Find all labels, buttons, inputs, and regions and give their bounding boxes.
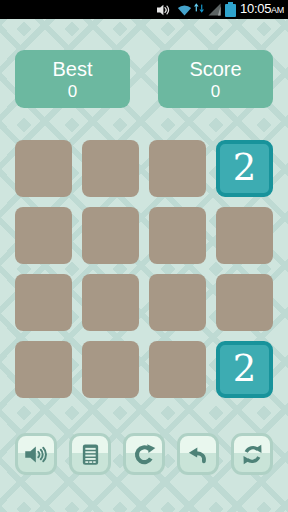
score-value: 0: [211, 82, 220, 102]
board-cell[interactable]: 2: [216, 140, 273, 197]
undo-button[interactable]: [177, 433, 219, 475]
speaker-icon: [23, 441, 50, 468]
board-cell[interactable]: [149, 140, 206, 197]
score-label: Score: [189, 56, 241, 82]
best-value: 0: [68, 82, 77, 102]
board-cell[interactable]: [82, 207, 139, 264]
best-label: Best: [52, 56, 92, 82]
board-cell[interactable]: [216, 207, 273, 264]
board-cell[interactable]: [149, 207, 206, 264]
signal-icon: [208, 3, 221, 16]
board-cell[interactable]: 2: [216, 341, 273, 398]
board-cell[interactable]: [15, 274, 72, 331]
board-cell[interactable]: [15, 140, 72, 197]
network-arrows-icon: [194, 3, 204, 13]
scoreboard: Best 0 Score 0: [15, 50, 273, 108]
clock: 10:05AM: [240, 0, 284, 20]
board-cell[interactable]: [15, 207, 72, 264]
best-score-panel: Best 0: [15, 50, 130, 108]
wifi-icon: [177, 4, 192, 16]
restart-button[interactable]: [231, 433, 273, 475]
undo-icon: [185, 441, 212, 468]
battery-icon: [225, 4, 236, 17]
board-cell[interactable]: [82, 140, 139, 197]
toolbar: [15, 433, 273, 475]
board-cell[interactable]: [82, 274, 139, 331]
sync-icon: [239, 441, 266, 468]
board-cell[interactable]: [82, 341, 139, 398]
board-cell[interactable]: [149, 341, 206, 398]
volume-icon: [156, 3, 170, 17]
refresh-icon: [131, 441, 158, 468]
score-panel: Score 0: [158, 50, 273, 108]
sound-button[interactable]: [15, 433, 57, 475]
refresh-button[interactable]: [123, 433, 165, 475]
board-cell[interactable]: [216, 274, 273, 331]
status-bar: 10:05AM: [0, 0, 288, 19]
board-cell[interactable]: [149, 274, 206, 331]
phone-screen: 10:05AM Best 0 Score 0 2: [0, 0, 288, 512]
game-background: Best 0 Score 0 2 2: [0, 19, 288, 512]
board-grid[interactable]: 2 2: [15, 140, 273, 398]
scores-list-button[interactable]: [69, 433, 111, 475]
list-icon: [77, 441, 104, 468]
board-cell[interactable]: [15, 341, 72, 398]
